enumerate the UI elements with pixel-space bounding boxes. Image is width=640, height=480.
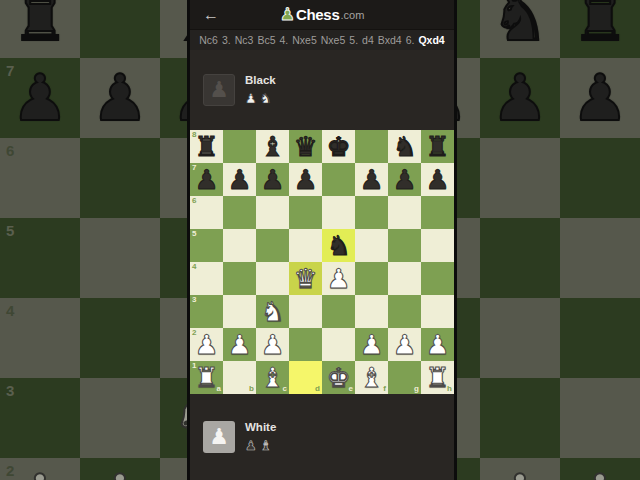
square-c5[interactable] [256, 229, 289, 262]
square-e7[interactable] [322, 163, 355, 196]
bg-square-b2: ♟ [80, 458, 160, 480]
square-d8[interactable]: ♛ [289, 130, 322, 163]
bg-square-b3 [80, 378, 160, 458]
piece-white-pawn: ♟ [223, 328, 256, 361]
square-d3[interactable] [289, 295, 322, 328]
captured-pawn-icon: ♟ [245, 438, 257, 453]
bg-piece-black-pawn: ♟ [80, 58, 160, 138]
file-label-d: d [315, 385, 320, 393]
move-token-4[interactable]: 4. [280, 34, 289, 46]
piece-white-knight: ♞ [256, 295, 289, 328]
piece-white-pawn: ♟ [421, 328, 454, 361]
white-player-name: White [245, 421, 276, 433]
square-b4[interactable] [223, 262, 256, 295]
piece-white-queen: ♛ [289, 262, 322, 295]
bg-piece-black-pawn: ♟ [560, 58, 640, 138]
bg-square-a8: 8♜ [0, 0, 80, 58]
player-row-black: ♟ Black ♟♞ [190, 50, 454, 130]
piece-black-pawn: ♟ [289, 163, 322, 196]
bg-square-a3: 3 [0, 378, 80, 458]
logo-pawn-icon: ♟ [280, 6, 295, 23]
square-e5[interactable]: ♞ [322, 229, 355, 262]
white-avatar[interactable]: ♟ [203, 421, 235, 453]
piece-black-pawn: ♟ [421, 163, 454, 196]
bg-square-h6 [560, 138, 640, 218]
square-f6[interactable] [355, 196, 388, 229]
rank-label-2: 2 [192, 329, 196, 337]
back-arrow-icon[interactable]: ← [203, 7, 219, 23]
square-g7[interactable]: ♟ [388, 163, 421, 196]
bg-square-a7: 7♟ [0, 58, 80, 138]
piece-white-pawn: ♟ [388, 328, 421, 361]
bg-piece-white-pawn: ♟ [560, 458, 640, 480]
bg-square-h3 [560, 378, 640, 458]
bg-square-g7: ♟ [480, 58, 560, 138]
bg-square-h5 [560, 218, 640, 298]
move-token-Nxe5[interactable]: Nxe5 [292, 34, 317, 46]
square-d7[interactable]: ♟ [289, 163, 322, 196]
bg-rank-label-7: 7 [6, 62, 14, 79]
piece-white-pawn: ♟ [355, 328, 388, 361]
square-a7[interactable]: 7♟ [190, 163, 223, 196]
bg-square-g2: ♟ [480, 458, 560, 480]
bg-square-b5 [80, 218, 160, 298]
square-f7[interactable]: ♟ [355, 163, 388, 196]
chess-board: 8♜♝♛♚♞♜7♟♟♟♟♟♟♟65♞4♛♟3♞2♟♟♟♟♟♟1a♜bc♝de♚f… [190, 130, 454, 394]
square-b3[interactable] [223, 295, 256, 328]
piece-black-bishop: ♝ [256, 130, 289, 163]
bg-square-a5: 5 [0, 218, 80, 298]
square-f3[interactable] [355, 295, 388, 328]
square-h7[interactable]: ♟ [421, 163, 454, 196]
square-c6[interactable] [256, 196, 289, 229]
file-label-b: b [249, 385, 254, 393]
captured-pawn-icon: ♟ [245, 91, 257, 106]
bg-square-b7: ♟ [80, 58, 160, 138]
square-a3[interactable]: 3 [190, 295, 223, 328]
bg-piece-black-pawn: ♟ [480, 58, 560, 138]
rank-label-1: 1 [192, 362, 196, 370]
square-a5[interactable]: 5 [190, 229, 223, 262]
square-c3[interactable]: ♞ [256, 295, 289, 328]
square-b1[interactable]: b [223, 361, 256, 394]
bg-square-g8: ♞ [480, 0, 560, 58]
app-panel: ← ♟ Chess .com Nc63.Nc3Bc54.Nxe5Nxe55.d4… [187, 0, 457, 480]
square-h6[interactable] [421, 196, 454, 229]
square-f4[interactable] [355, 262, 388, 295]
square-f5[interactable] [355, 229, 388, 262]
bg-square-a6: 6 [0, 138, 80, 218]
square-f1[interactable]: f♝ [355, 361, 388, 394]
square-h5[interactable] [421, 229, 454, 262]
file-label-e: e [349, 385, 353, 393]
black-player-name: Black [245, 74, 276, 86]
player-row-white: ♟ White ♟♝ [190, 394, 454, 480]
file-label-h: h [447, 385, 452, 393]
square-a4[interactable]: 4 [190, 262, 223, 295]
square-g5[interactable] [388, 229, 421, 262]
square-g1[interactable]: g [388, 361, 421, 394]
square-h4[interactable] [421, 262, 454, 295]
logo-suffix-text: .com [340, 9, 364, 21]
square-a2[interactable]: 2♟ [190, 328, 223, 361]
square-b6[interactable] [223, 196, 256, 229]
rank-label-7: 7 [192, 164, 196, 172]
bg-square-g4 [480, 298, 560, 378]
move-token-Bc5[interactable]: Bc5 [257, 34, 275, 46]
square-e2[interactable] [322, 328, 355, 361]
square-e4[interactable]: ♟ [322, 262, 355, 295]
captured-bishop-icon: ♝ [260, 438, 272, 453]
bg-square-b4 [80, 298, 160, 378]
bg-piece-black-rook: ♜ [0, 0, 80, 58]
rank-label-3: 3 [192, 296, 196, 304]
piece-black-king: ♚ [322, 130, 355, 163]
bg-square-a4: 4 [0, 298, 80, 378]
move-token-Bxd4[interactable]: Bxd4 [378, 34, 402, 46]
move-token-Nc3[interactable]: Nc3 [235, 34, 254, 46]
move-token-Nc6[interactable]: Nc6 [199, 34, 218, 46]
square-d1[interactable]: d [289, 361, 322, 394]
square-e1[interactable]: e♚ [322, 361, 355, 394]
avatar-pawn-icon: ♟ [209, 426, 229, 448]
square-a6[interactable]: 6 [190, 196, 223, 229]
piece-black-rook: ♜ [421, 130, 454, 163]
top-bar: ← ♟ Chess .com [190, 0, 454, 30]
bg-rank-label-4: 4 [6, 302, 14, 319]
square-h2[interactable]: ♟ [421, 328, 454, 361]
bg-rank-label-2: 2 [6, 462, 14, 479]
piece-white-pawn: ♟ [322, 262, 355, 295]
square-g3[interactable] [388, 295, 421, 328]
logo-brand-text: Chess [296, 6, 340, 23]
move-token-Qxd4[interactable]: Qxd4 [418, 34, 444, 46]
bg-rank-label-6: 6 [6, 142, 14, 159]
square-h1[interactable]: h♜ [421, 361, 454, 394]
white-player-info: White ♟♝ [245, 421, 276, 454]
bg-square-b8 [80, 0, 160, 58]
square-e6[interactable] [322, 196, 355, 229]
rank-label-6: 6 [192, 197, 196, 205]
square-c1[interactable]: c♝ [256, 361, 289, 394]
black-player-info: Black ♟♞ [245, 74, 276, 107]
black-avatar[interactable]: ♟ [203, 74, 235, 106]
square-f8[interactable] [355, 130, 388, 163]
white-captured-pieces: ♟♝ [245, 436, 276, 454]
rank-label-5: 5 [192, 230, 196, 238]
piece-black-knight: ♞ [388, 130, 421, 163]
rank-label-8: 8 [192, 131, 196, 139]
piece-black-pawn: ♟ [388, 163, 421, 196]
piece-white-pawn: ♟ [256, 328, 289, 361]
move-token-5[interactable]: 5. [349, 34, 358, 46]
bg-square-g5 [480, 218, 560, 298]
square-e3[interactable] [322, 295, 355, 328]
bg-square-g6 [480, 138, 560, 218]
bg-piece-black-rook: ♜ [560, 0, 640, 58]
piece-black-pawn: ♟ [223, 163, 256, 196]
move-token-d4[interactable]: d4 [362, 34, 374, 46]
bg-square-h7: ♟ [560, 58, 640, 138]
move-token-6[interactable]: 6. [406, 34, 415, 46]
bg-rank-label-3: 3 [6, 382, 14, 399]
captured-knight-icon: ♞ [260, 91, 272, 106]
bg-square-a2: 2♟ [0, 458, 80, 480]
bg-piece-white-pawn: ♟ [80, 458, 160, 480]
square-c2[interactable]: ♟ [256, 328, 289, 361]
square-b7[interactable]: ♟ [223, 163, 256, 196]
avatar-pawn-icon: ♟ [209, 79, 229, 101]
move-token-Nxe5[interactable]: Nxe5 [321, 34, 346, 46]
piece-black-queen: ♛ [289, 130, 322, 163]
file-label-g: g [414, 385, 419, 393]
square-d5[interactable] [289, 229, 322, 262]
square-g8[interactable]: ♞ [388, 130, 421, 163]
piece-black-pawn: ♟ [355, 163, 388, 196]
square-g2[interactable]: ♟ [388, 328, 421, 361]
square-c7[interactable]: ♟ [256, 163, 289, 196]
move-list: Nc63.Nc3Bc54.Nxe5Nxe55.d4Bxd46.Qxd4 [190, 30, 454, 50]
square-h3[interactable] [421, 295, 454, 328]
rank-label-4: 4 [192, 263, 196, 271]
black-captured-pieces: ♟♞ [245, 89, 276, 107]
square-b5[interactable] [223, 229, 256, 262]
file-label-c: c [283, 385, 287, 393]
move-token-3[interactable]: 3. [222, 34, 231, 46]
square-g4[interactable] [388, 262, 421, 295]
square-a8[interactable]: 8♜ [190, 130, 223, 163]
square-d6[interactable] [289, 196, 322, 229]
chesscom-logo: ♟ Chess .com [280, 6, 365, 23]
square-b8[interactable] [223, 130, 256, 163]
file-label-f: f [383, 385, 386, 393]
file-label-a: a [217, 385, 221, 393]
square-f2[interactable]: ♟ [355, 328, 388, 361]
bg-square-h2: ♟ [560, 458, 640, 480]
square-g6[interactable] [388, 196, 421, 229]
bg-square-h4 [560, 298, 640, 378]
piece-black-pawn: ♟ [256, 163, 289, 196]
square-a1[interactable]: 1a♜ [190, 361, 223, 394]
square-h8[interactable]: ♜ [421, 130, 454, 163]
square-d2[interactable] [289, 328, 322, 361]
square-c8[interactable]: ♝ [256, 130, 289, 163]
bg-rank-label-5: 5 [6, 222, 14, 239]
screen: 8♜♝♛♚♞♜7♟♟♟♟♟♟♟65♞4♛♟3♞2♟♟♟♟♟♟1♜♝♚♝♜ ← ♟… [0, 0, 640, 480]
square-d4[interactable]: ♛ [289, 262, 322, 295]
square-b2[interactable]: ♟ [223, 328, 256, 361]
square-c4[interactable] [256, 262, 289, 295]
bg-square-g3 [480, 378, 560, 458]
square-e8[interactable]: ♚ [322, 130, 355, 163]
bg-piece-white-pawn: ♟ [480, 458, 560, 480]
bg-piece-black-knight: ♞ [480, 0, 560, 58]
bg-square-h8: ♜ [560, 0, 640, 58]
bg-square-b6 [80, 138, 160, 218]
piece-black-knight: ♞ [322, 229, 355, 262]
